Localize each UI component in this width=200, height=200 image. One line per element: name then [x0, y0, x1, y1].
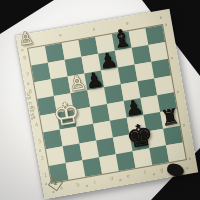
border-stud — [183, 124, 185, 126]
file-label-e: e — [125, 172, 132, 179]
border-stud — [189, 157, 191, 159]
border-stud — [186, 167, 188, 169]
border-stud — [126, 22, 128, 24]
border-stud — [93, 28, 95, 30]
rank-label-7: 7 — [24, 71, 31, 78]
border-stud — [86, 185, 88, 187]
rank-label-5: 5 — [30, 104, 37, 111]
border-stud — [171, 57, 173, 59]
file-label-f: f — [141, 169, 148, 176]
file-label-b: b — [75, 181, 82, 188]
file-label-a: a — [58, 184, 65, 191]
rank-label-2: 2 — [39, 155, 46, 162]
file-label-c: c — [91, 178, 98, 185]
rank-label-4: 4 — [33, 121, 40, 128]
border-stud — [52, 190, 54, 192]
file-label-d: d — [108, 175, 115, 182]
board-grid — [28, 25, 186, 183]
file-label-g: g — [158, 166, 165, 173]
border-stud — [153, 173, 155, 175]
rank-label-3: 3 — [36, 138, 43, 145]
rank-label-8: 8 — [21, 54, 28, 61]
chessboard-photo: US CHESS ♟ ♝♟♙♟♔♟♜♚♙ 87654321abcdefgh — [0, 0, 200, 200]
border-stud — [160, 16, 162, 18]
border-stud — [39, 149, 41, 151]
rank-label-1: 1 — [42, 171, 49, 178]
border-stud — [119, 179, 121, 181]
border-stud — [27, 82, 29, 84]
border-stud — [177, 90, 179, 92]
border-stud — [21, 49, 23, 51]
border-stud — [59, 34, 61, 36]
border-stud — [165, 23, 167, 25]
rank-label-6: 6 — [27, 88, 34, 95]
square-h1 — [166, 142, 186, 162]
border-stud — [26, 40, 28, 42]
